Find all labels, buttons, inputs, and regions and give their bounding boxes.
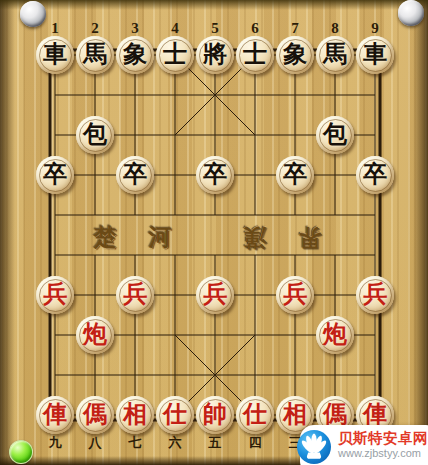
screw-icon-top-left bbox=[20, 1, 46, 27]
xiangqi-app-window: 楚 河 漢 界 123456789九八七六五四三二一 車馬象士將士象馬車包包卒卒… bbox=[0, 0, 428, 465]
red-chariot-piece[interactable]: 俥 bbox=[36, 396, 74, 434]
shell-icon bbox=[296, 429, 332, 465]
black-horse-piece[interactable]: 馬 bbox=[76, 36, 114, 74]
piece-glyph: 仕 bbox=[243, 398, 267, 430]
red-general-piece[interactable]: 帥 bbox=[196, 396, 234, 434]
piece-glyph: 馬 bbox=[83, 38, 107, 70]
black-horse-piece[interactable]: 馬 bbox=[316, 36, 354, 74]
green-status-button[interactable] bbox=[9, 440, 33, 464]
watermark-site-url: www.zjbstyy.com bbox=[338, 447, 428, 461]
black-elephant-piece[interactable]: 象 bbox=[276, 36, 314, 74]
black-cannon-piece[interactable]: 包 bbox=[76, 116, 114, 154]
piece-glyph: 兵 bbox=[203, 278, 227, 310]
piece-glyph: 車 bbox=[43, 38, 67, 70]
piece-glyph: 傌 bbox=[83, 398, 107, 430]
file-label-5: 五 bbox=[209, 434, 222, 452]
black-chariot-piece[interactable]: 車 bbox=[356, 36, 394, 74]
red-soldier-piece[interactable]: 兵 bbox=[116, 276, 154, 314]
piece-glyph: 包 bbox=[83, 118, 107, 150]
piece-glyph: 卒 bbox=[123, 158, 147, 190]
piece-glyph: 象 bbox=[283, 38, 307, 70]
piece-glyph: 卒 bbox=[363, 158, 387, 190]
black-soldier-piece[interactable]: 卒 bbox=[116, 156, 154, 194]
red-soldier-piece[interactable]: 兵 bbox=[356, 276, 394, 314]
file-label-4: 六 bbox=[169, 434, 182, 452]
black-cannon-piece[interactable]: 包 bbox=[316, 116, 354, 154]
file-label-1: 九 bbox=[49, 434, 62, 452]
piece-glyph: 炮 bbox=[83, 318, 107, 350]
watermark-site-name: 贝斯特安卓网 bbox=[338, 429, 428, 447]
piece-glyph: 兵 bbox=[43, 278, 67, 310]
black-soldier-piece[interactable]: 卒 bbox=[276, 156, 314, 194]
piece-glyph: 車 bbox=[363, 38, 387, 70]
red-soldier-piece[interactable]: 兵 bbox=[36, 276, 74, 314]
red-elephant-piece[interactable]: 相 bbox=[116, 396, 154, 434]
black-soldier-piece[interactable]: 卒 bbox=[36, 156, 74, 194]
piece-glyph: 士 bbox=[243, 38, 267, 70]
red-horse-piece[interactable]: 傌 bbox=[76, 396, 114, 434]
red-advisor-piece[interactable]: 仕 bbox=[236, 396, 274, 434]
watermark-badge[interactable]: 贝斯特安卓网 www.zjbstyy.com bbox=[300, 425, 428, 465]
piece-glyph: 象 bbox=[123, 38, 147, 70]
file-label-2: 八 bbox=[89, 434, 102, 452]
file-label-6: 四 bbox=[249, 434, 262, 452]
screw-icon-top-right bbox=[398, 0, 424, 26]
piece-glyph: 馬 bbox=[323, 38, 347, 70]
red-soldier-piece[interactable]: 兵 bbox=[276, 276, 314, 314]
red-soldier-piece[interactable]: 兵 bbox=[196, 276, 234, 314]
red-cannon-piece[interactable]: 炮 bbox=[76, 316, 114, 354]
piece-grid: 車馬象士將士象馬車包包卒卒卒卒卒兵兵兵兵兵炮炮俥傌相仕帥仕相傌俥 bbox=[35, 35, 395, 435]
piece-glyph: 卒 bbox=[43, 158, 67, 190]
black-elephant-piece[interactable]: 象 bbox=[116, 36, 154, 74]
black-general-piece[interactable]: 將 bbox=[196, 36, 234, 74]
red-cannon-piece[interactable]: 炮 bbox=[316, 316, 354, 354]
piece-glyph: 包 bbox=[323, 118, 347, 150]
piece-glyph: 將 bbox=[203, 38, 227, 70]
piece-glyph: 相 bbox=[283, 398, 307, 430]
piece-glyph: 炮 bbox=[323, 318, 347, 350]
file-label-3: 七 bbox=[129, 434, 142, 452]
black-advisor-piece[interactable]: 士 bbox=[236, 36, 274, 74]
piece-glyph: 卒 bbox=[203, 158, 227, 190]
black-chariot-piece[interactable]: 車 bbox=[36, 36, 74, 74]
piece-glyph: 卒 bbox=[283, 158, 307, 190]
piece-glyph: 仕 bbox=[163, 398, 187, 430]
piece-glyph: 兵 bbox=[283, 278, 307, 310]
black-soldier-piece[interactable]: 卒 bbox=[356, 156, 394, 194]
piece-glyph: 俥 bbox=[43, 398, 67, 430]
piece-glyph: 相 bbox=[123, 398, 147, 430]
red-advisor-piece[interactable]: 仕 bbox=[156, 396, 194, 434]
piece-glyph: 帥 bbox=[203, 398, 227, 430]
piece-glyph: 兵 bbox=[123, 278, 147, 310]
piece-glyph: 兵 bbox=[363, 278, 387, 310]
piece-glyph: 士 bbox=[163, 38, 187, 70]
black-soldier-piece[interactable]: 卒 bbox=[196, 156, 234, 194]
black-advisor-piece[interactable]: 士 bbox=[156, 36, 194, 74]
